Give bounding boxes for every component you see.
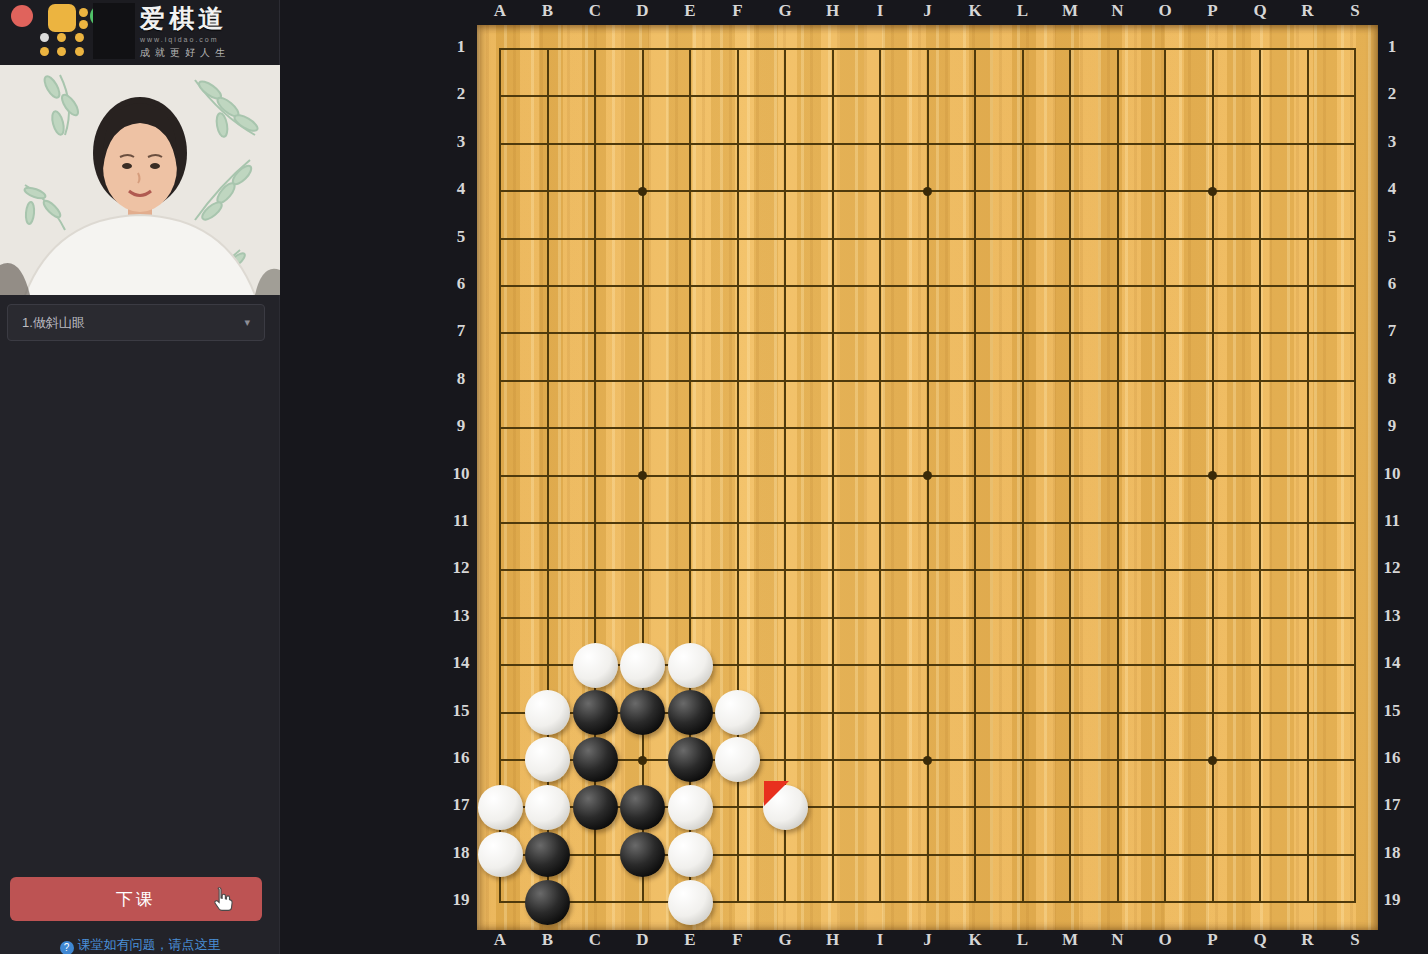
- help-link-label: 课堂如有问题，请点这里: [78, 937, 221, 952]
- col-label-bottom: G: [770, 930, 800, 950]
- stones-grid: [476, 25, 1379, 925]
- brand-slogan: 成就更好人生: [140, 46, 275, 60]
- col-label-bottom: I: [865, 930, 895, 950]
- go-board[interactable]: [477, 25, 1378, 930]
- row-label-left: 10: [446, 464, 476, 484]
- row-label-left: 3: [446, 132, 476, 152]
- white-stone[interactable]: [478, 785, 523, 830]
- col-label-bottom: J: [913, 930, 943, 950]
- row-label-left: 6: [446, 274, 476, 294]
- row-label-right: 17: [1377, 795, 1407, 815]
- white-stone[interactable]: [525, 737, 570, 782]
- white-stone[interactable]: [573, 643, 618, 688]
- row-label-right: 14: [1377, 653, 1407, 673]
- col-label-bottom: K: [960, 930, 990, 950]
- row-label-left: 7: [446, 321, 476, 341]
- row-label-left: 4: [446, 179, 476, 199]
- white-stone[interactable]: [668, 832, 713, 877]
- col-label-top: D: [628, 1, 658, 21]
- black-stone[interactable]: [573, 690, 618, 735]
- logo-dot: [79, 20, 88, 29]
- col-label-bottom: A: [485, 930, 515, 950]
- brand-name: 爱棋道: [140, 2, 275, 35]
- row-label-left: 1: [446, 37, 476, 57]
- row-label-right: 7: [1377, 321, 1407, 341]
- last-move-marker: [764, 781, 789, 806]
- logo-dot: [57, 33, 66, 42]
- col-label-top: I: [865, 1, 895, 21]
- col-label-bottom: M: [1055, 930, 1085, 950]
- black-stone[interactable]: [525, 832, 570, 877]
- col-label-top: G: [770, 1, 800, 21]
- end-class-button[interactable]: 下课: [10, 877, 262, 921]
- white-stone[interactable]: [620, 643, 665, 688]
- row-label-right: 4: [1377, 179, 1407, 199]
- black-stone[interactable]: [620, 785, 665, 830]
- brand-url: www.iqidao.com: [140, 36, 275, 43]
- white-stone[interactable]: [668, 643, 713, 688]
- white-stone[interactable]: [668, 880, 713, 925]
- row-label-right: 5: [1377, 227, 1407, 247]
- col-label-bottom: L: [1008, 930, 1038, 950]
- board-area: AABBCCDDEEFFGGHHIIJJKKLLMMNNOOPPQQRRSS11…: [280, 0, 1428, 954]
- row-label-right: 18: [1377, 843, 1407, 863]
- col-label-bottom: Q: [1245, 930, 1275, 950]
- row-label-left: 9: [446, 416, 476, 436]
- white-stone[interactable]: [478, 832, 523, 877]
- sidebar: 爱棋道 www.iqidao.com 成就更好人生: [0, 0, 280, 954]
- col-label-top: L: [1008, 1, 1038, 21]
- row-label-left: 5: [446, 227, 476, 247]
- logo-dot: [75, 47, 84, 56]
- teacher-video-feed: [0, 65, 280, 295]
- col-label-bottom: O: [1150, 930, 1180, 950]
- col-label-top: S: [1340, 1, 1370, 21]
- white-stone[interactable]: [715, 737, 760, 782]
- black-stone[interactable]: [668, 737, 713, 782]
- col-label-bottom: E: [675, 930, 705, 950]
- row-label-left: 11: [446, 511, 476, 531]
- brand-block: 爱棋道 www.iqidao.com 成就更好人生: [140, 2, 275, 60]
- logo-dot: [40, 47, 49, 56]
- row-label-right: 3: [1377, 132, 1407, 152]
- white-stone[interactable]: [668, 785, 713, 830]
- white-stone[interactable]: [525, 690, 570, 735]
- row-label-left: 2: [446, 84, 476, 104]
- row-label-left: 13: [446, 606, 476, 626]
- logo-dot: [57, 47, 66, 56]
- window-close-button[interactable]: [11, 5, 33, 27]
- row-label-right: 10: [1377, 464, 1407, 484]
- black-stone[interactable]: [668, 690, 713, 735]
- col-label-bottom: H: [818, 930, 848, 950]
- black-stone[interactable]: [573, 785, 618, 830]
- logo-dot: [40, 33, 49, 42]
- row-label-right: 8: [1377, 369, 1407, 389]
- col-label-top: K: [960, 1, 990, 21]
- col-label-top: M: [1055, 1, 1085, 21]
- col-label-bottom: C: [580, 930, 610, 950]
- row-label-left: 8: [446, 369, 476, 389]
- white-stone[interactable]: [715, 690, 760, 735]
- col-label-top: C: [580, 1, 610, 21]
- col-label-bottom: F: [723, 930, 753, 950]
- row-label-left: 15: [446, 701, 476, 721]
- hand-cursor-icon: [208, 884, 238, 914]
- col-label-bottom: N: [1103, 930, 1133, 950]
- logo-dot: [79, 8, 88, 17]
- row-label-right: 16: [1377, 748, 1407, 768]
- col-label-top: H: [818, 1, 848, 21]
- row-label-right: 15: [1377, 701, 1407, 721]
- teacher-illustration: [0, 65, 280, 295]
- col-label-top: Q: [1245, 1, 1275, 21]
- logo-dot: [75, 33, 84, 42]
- row-label-right: 11: [1377, 511, 1407, 531]
- app-window: 爱棋道 www.iqidao.com 成就更好人生: [0, 0, 1428, 954]
- col-label-top: N: [1103, 1, 1133, 21]
- row-label-right: 6: [1377, 274, 1407, 294]
- row-label-left: 14: [446, 653, 476, 673]
- black-stone[interactable]: [573, 737, 618, 782]
- row-label-right: 1: [1377, 37, 1407, 57]
- title-bar: 爱棋道 www.iqidao.com 成就更好人生: [0, 0, 279, 65]
- row-label-left: 16: [446, 748, 476, 768]
- col-label-top: B: [533, 1, 563, 21]
- col-label-top: F: [723, 1, 753, 21]
- chevron-down-icon: ▾: [244, 316, 250, 329]
- row-label-right: 12: [1377, 558, 1407, 578]
- col-label-top: J: [913, 1, 943, 21]
- col-label-top: A: [485, 1, 515, 21]
- col-label-bottom: B: [533, 930, 563, 950]
- row-label-right: 9: [1377, 416, 1407, 436]
- black-stone[interactable]: [620, 832, 665, 877]
- question-circle-icon: ?: [60, 941, 74, 954]
- col-label-bottom: R: [1293, 930, 1323, 950]
- help-link[interactable]: ?课堂如有问题，请点这里: [0, 936, 280, 954]
- lesson-select-dropdown[interactable]: 1.做斜山眼 ▾: [7, 304, 265, 341]
- col-label-top: O: [1150, 1, 1180, 21]
- col-label-top: P: [1198, 1, 1228, 21]
- lesson-select-value: 1.做斜山眼: [22, 314, 244, 332]
- col-label-top: R: [1293, 1, 1323, 21]
- row-label-left: 18: [446, 843, 476, 863]
- row-label-left: 17: [446, 795, 476, 815]
- col-label-bottom: D: [628, 930, 658, 950]
- row-label-right: 13: [1377, 606, 1407, 626]
- row-label-left: 12: [446, 558, 476, 578]
- end-class-label: 下课: [116, 888, 156, 911]
- row-label-right: 19: [1377, 890, 1407, 910]
- logo-dark-block: [93, 3, 135, 59]
- col-label-bottom: P: [1198, 930, 1228, 950]
- row-label-left: 19: [446, 890, 476, 910]
- col-label-bottom: S: [1340, 930, 1370, 950]
- black-stone[interactable]: [525, 880, 570, 925]
- white-stone[interactable]: [525, 785, 570, 830]
- col-label-top: E: [675, 1, 705, 21]
- black-stone[interactable]: [620, 690, 665, 735]
- row-label-right: 2: [1377, 84, 1407, 104]
- logo-square: [48, 4, 76, 32]
